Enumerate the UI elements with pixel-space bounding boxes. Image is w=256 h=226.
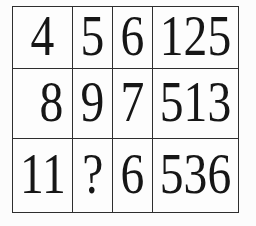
cell-value: 4 [31,7,55,68]
cell-r1c2: 5 [73,7,112,68]
cell-r2c3: 7 [113,69,152,138]
cell-value: 9 [81,73,105,135]
question-mark: ? [82,145,103,207]
cell-value: 125 [160,7,231,68]
cell-r3c4: 536 [153,139,238,212]
cell-r1c1: 4 [13,7,72,68]
cell-r1c3: 6 [113,7,152,68]
cell-r2c4: 513 [153,69,238,138]
cell-r2c2: 9 [73,69,112,138]
cell-r3c1: 11 [13,139,72,212]
cell-value: 5 [81,7,105,68]
cell-r1c4: 125 [153,7,238,68]
cell-r3c2-unknown: ? [73,139,112,212]
cell-value: 513 [160,73,231,135]
cell-value: 11 [20,145,66,207]
cell-r3c3: 6 [113,139,152,212]
cell-r2c1: 8 [13,69,72,138]
cell-value: 8 [40,73,64,135]
cell-value: 6 [121,7,145,68]
puzzle-grid: 4 5 6 125 8 9 7 513 11 ? 6 536 [12,6,239,213]
cell-value: 536 [160,145,231,207]
cell-value: 6 [121,145,145,207]
cell-value: 7 [121,73,145,135]
